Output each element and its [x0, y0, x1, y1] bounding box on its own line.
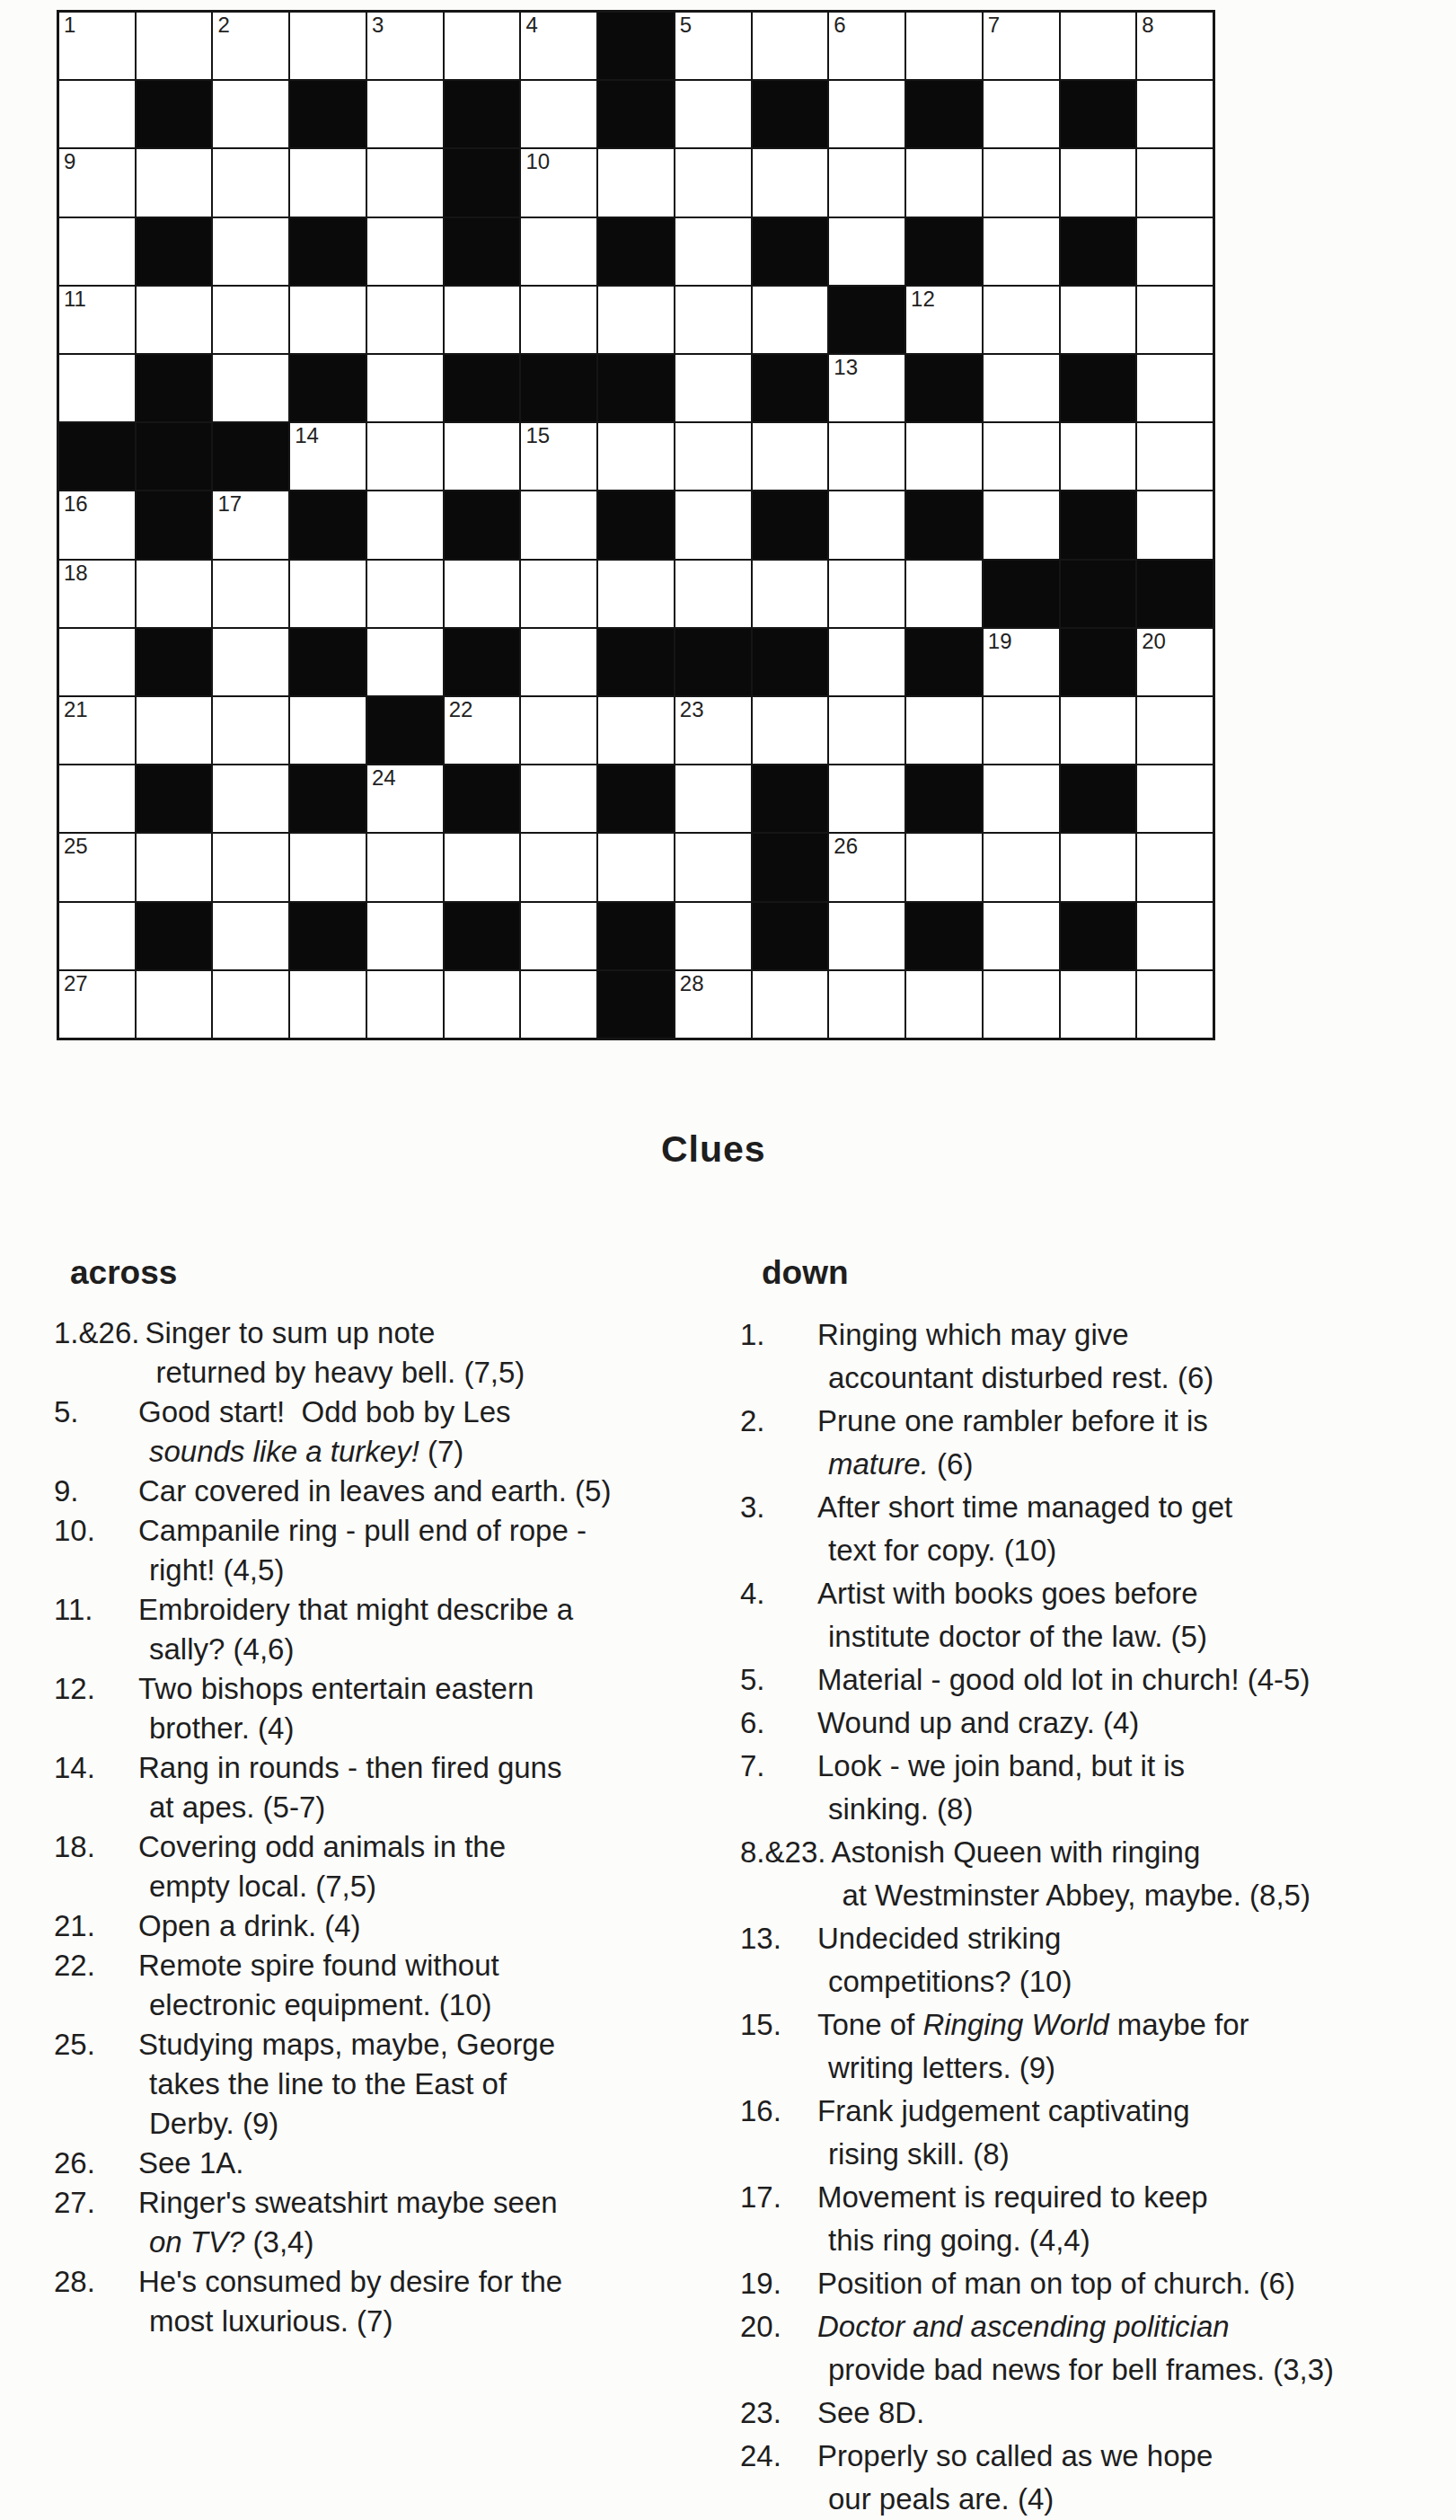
clue-number-label: 5.	[54, 1393, 138, 1432]
grid-cell-r10c13[interactable]: 19	[984, 629, 1059, 695]
grid-black-cell-r10c6	[445, 629, 520, 695]
down-clue-3: 3.After short time managed to gettext fo…	[740, 1486, 1450, 1572]
clue-text: Position of man on top of church. (6)	[817, 2262, 1295, 2305]
clue-number-label: 11.	[54, 1590, 138, 1630]
grid-cell-r1c4[interactable]	[290, 13, 366, 79]
clue-text: Campanile ring - pull end of rope -right…	[138, 1511, 587, 1590]
grid-cell-r11c11[interactable]	[829, 697, 904, 764]
grid-black-cell-r4c12	[906, 218, 982, 285]
grid-cell-r13c3[interactable]	[213, 834, 288, 900]
grid-cell-r1c1[interactable]: 1	[59, 13, 135, 79]
across-clue-27: 27.Ringer's sweatshirt maybe seenon TV? …	[54, 2183, 701, 2262]
grid-cell-r5c15[interactable]	[1137, 287, 1213, 353]
cell-number-17: 17	[217, 493, 242, 515]
grid-black-cell-r11c5	[367, 697, 443, 764]
grid-cell-r3c11[interactable]	[829, 149, 904, 216]
grid-cell-r5c5[interactable]	[367, 287, 443, 353]
cell-number-8: 8	[1142, 14, 1153, 36]
grid-cell-r4c1[interactable]	[59, 218, 135, 285]
grid-cell-r12c11[interactable]	[829, 765, 904, 832]
grid-cell-r11c4[interactable]	[290, 697, 366, 764]
grid-cell-r13c4[interactable]	[290, 834, 366, 900]
grid-cell-r11c9[interactable]: 23	[675, 697, 751, 764]
grid-black-cell-r9c13	[984, 561, 1059, 627]
grid-cell-r13c1[interactable]: 25	[59, 834, 135, 900]
cell-number-28: 28	[680, 973, 704, 995]
grid-cell-r14c3[interactable]	[213, 903, 288, 969]
across-clue-21: 21.Open a drink. (4)	[54, 1906, 701, 1946]
grid-black-cell-r9c14	[1061, 561, 1136, 627]
clue-text: Covering odd animals in theempty local. …	[138, 1827, 506, 1906]
grid-cell-r3c13[interactable]	[984, 149, 1059, 216]
down-clue-5: 5.Material - good old lot in church! (4-…	[740, 1658, 1450, 1702]
grid-cell-r4c11[interactable]	[829, 218, 904, 285]
down-clue-17: 17.Movement is required to keepthis ring…	[740, 2176, 1450, 2262]
clue-text: Prune one rambler before it ismature. (6…	[817, 1400, 1208, 1486]
clue-text: Embroidery that might describe asally? (…	[138, 1590, 573, 1669]
clue-text: Rang in rounds - then fired gunsat apes.…	[138, 1748, 561, 1827]
grid-black-cell-r10c12	[906, 629, 982, 695]
cell-number-5: 5	[680, 14, 692, 36]
clue-number-label: 14.	[54, 1748, 138, 1788]
cell-number-2: 2	[217, 14, 229, 36]
grid-cell-r5c8[interactable]	[598, 287, 674, 353]
grid-cell-r7c15[interactable]	[1137, 423, 1213, 490]
grid-black-cell-r9c15	[1137, 561, 1213, 627]
grid-cell-r4c7[interactable]	[521, 218, 596, 285]
cell-number-23: 23	[680, 699, 704, 721]
grid-cell-r9c1[interactable]: 18	[59, 561, 135, 627]
down-clue-24: 24.Properly so called as we hopeour peal…	[740, 2435, 1450, 2520]
grid-cell-r7c10[interactable]	[753, 423, 828, 490]
grid-cell-r9c11[interactable]	[829, 561, 904, 627]
across-clue-14: 14.Rang in rounds - then fired gunsat ap…	[54, 1748, 701, 1827]
clue-text: Studying maps, maybe, Georgetakes the li…	[138, 2025, 555, 2144]
grid-cell-r10c11[interactable]	[829, 629, 904, 695]
clue-text: Material - good old lot in church! (4-5)	[817, 1658, 1310, 1702]
cell-number-12: 12	[911, 288, 935, 310]
grid-black-cell-r4c14	[1061, 218, 1136, 285]
grid-cell-r13c6[interactable]	[445, 834, 520, 900]
clue-number-label: 17.	[740, 2176, 817, 2219]
grid-black-cell-r8c10	[753, 491, 828, 558]
clue-number-label: 5.	[740, 1658, 817, 1702]
grid-cell-r5c7[interactable]	[521, 287, 596, 353]
grid-cell-r11c3[interactable]	[213, 697, 288, 764]
grid-black-cell-r7c2	[137, 423, 212, 490]
grid-cell-r5c13[interactable]	[984, 287, 1059, 353]
clue-text: Undecided strikingcompetitions? (10)	[817, 1917, 1072, 2003]
grid-black-cell-r12c2	[137, 765, 212, 832]
clue-text: Wound up and crazy. (4)	[817, 1702, 1139, 1745]
grid-cell-r15c15[interactable]	[1137, 971, 1213, 1038]
grid-black-cell-r2c6	[445, 81, 520, 147]
clue-text: Good start! Odd bob by Lessounds like a …	[138, 1393, 511, 1472]
grid-cell-r1c9[interactable]: 5	[675, 13, 751, 79]
grid-cell-r9c4[interactable]	[290, 561, 366, 627]
grid-cell-r5c10[interactable]	[753, 287, 828, 353]
grid-black-cell-r10c14	[1061, 629, 1136, 695]
grid-black-cell-r4c4	[290, 218, 366, 285]
grid-cell-r5c3[interactable]	[213, 287, 288, 353]
grid-cell-r9c5[interactable]	[367, 561, 443, 627]
clue-number-label: 24.	[740, 2435, 817, 2478]
grid-cell-r1c7[interactable]: 4	[521, 13, 596, 79]
grid-cell-r3c4[interactable]	[290, 149, 366, 216]
grid-cell-r3c7[interactable]: 10	[521, 149, 596, 216]
grid-black-cell-r15c8	[598, 971, 674, 1038]
grid-cell-r1c6[interactable]	[445, 13, 520, 79]
cell-number-9: 9	[64, 151, 75, 172]
grid-cell-r1c12[interactable]	[906, 13, 982, 79]
cell-number-26: 26	[834, 836, 858, 857]
grid-cell-r2c11[interactable]	[829, 81, 904, 147]
grid-cell-r12c15[interactable]	[1137, 765, 1213, 832]
grid-cell-r9c9[interactable]	[675, 561, 751, 627]
cell-number-1: 1	[64, 14, 75, 36]
grid-cell-r11c13[interactable]	[984, 697, 1059, 764]
clue-text: Artist with books goes beforeinstitute d…	[817, 1572, 1207, 1658]
grid-cell-r13c15[interactable]	[1137, 834, 1213, 900]
grid-cell-r11c15[interactable]	[1137, 697, 1213, 764]
down-clue-6: 6.Wound up and crazy. (4)	[740, 1702, 1450, 1745]
grid-cell-r14c11[interactable]	[829, 903, 904, 969]
grid-black-cell-r1c8	[598, 13, 674, 79]
grid-cell-r1c2[interactable]	[137, 13, 212, 79]
grid-cell-r11c14[interactable]	[1061, 697, 1136, 764]
grid-black-cell-r8c12	[906, 491, 982, 558]
grid-black-cell-r12c12	[906, 765, 982, 832]
cell-number-24: 24	[372, 767, 396, 789]
grid-cell-r3c10[interactable]	[753, 149, 828, 216]
clue-text: Remote spire found withoutelectronic equ…	[138, 1946, 499, 2025]
grid-cell-r1c5[interactable]: 3	[367, 13, 443, 79]
down-clue-15: 15.Tone of Ringing World maybe forwritin…	[740, 2003, 1450, 2090]
grid-cell-r15c6[interactable]	[445, 971, 520, 1038]
grid-cell-r1c11[interactable]: 6	[829, 13, 904, 79]
grid-cell-r7c12[interactable]	[906, 423, 982, 490]
clue-text: Movement is required to keepthis ring go…	[817, 2176, 1208, 2262]
grid-cell-r6c9[interactable]	[675, 355, 751, 421]
grid-cell-r3c2[interactable]	[137, 149, 212, 216]
grid-cell-r2c5[interactable]	[367, 81, 443, 147]
grid-black-cell-r12c4	[290, 765, 366, 832]
grid-cell-r15c7[interactable]	[521, 971, 596, 1038]
down-clue-7: 7.Look - we join band, but it issinking.…	[740, 1745, 1450, 1831]
grid-cell-r10c1[interactable]	[59, 629, 135, 695]
grid-black-cell-r2c4	[290, 81, 366, 147]
grid-cell-r13c14[interactable]	[1061, 834, 1136, 900]
clue-number-label: 25.	[54, 2025, 138, 2065]
grid-cell-r3c15[interactable]	[1137, 149, 1213, 216]
grid-cell-r7c7[interactable]: 15	[521, 423, 596, 490]
cell-number-7: 7	[988, 14, 1000, 36]
clue-number-label: 22.	[54, 1946, 138, 1985]
grid-cell-r9c12[interactable]	[906, 561, 982, 627]
across-clue-10: 10.Campanile ring - pull end of rope -ri…	[54, 1511, 701, 1590]
clue-number-label: 1.	[740, 1313, 817, 1357]
grid-cell-r7c5[interactable]	[367, 423, 443, 490]
grid-cell-r2c15[interactable]	[1137, 81, 1213, 147]
grid-black-cell-r14c10	[753, 903, 828, 969]
grid-cell-r3c14[interactable]	[1061, 149, 1136, 216]
grid-cell-r3c5[interactable]	[367, 149, 443, 216]
clue-number-label: 2.	[740, 1400, 817, 1443]
grid-cell-r8c15[interactable]	[1137, 491, 1213, 558]
clue-number-label: 13.	[740, 1917, 817, 1960]
grid-cell-r6c15[interactable]	[1137, 355, 1213, 421]
grid-black-cell-r10c8	[598, 629, 674, 695]
grid-cell-r9c7[interactable]	[521, 561, 596, 627]
grid-cell-r13c9[interactable]	[675, 834, 751, 900]
grid-black-cell-r8c14	[1061, 491, 1136, 558]
grid-cell-r12c1[interactable]	[59, 765, 135, 832]
grid-cell-r7c13[interactable]	[984, 423, 1059, 490]
clue-number-label: 18.	[54, 1827, 138, 1867]
cell-number-16: 16	[64, 493, 88, 515]
clue-number-label: 21.	[54, 1906, 138, 1946]
grid-cell-r15c14[interactable]	[1061, 971, 1136, 1038]
grid-cell-r9c2[interactable]	[137, 561, 212, 627]
grid-cell-r15c3[interactable]	[213, 971, 288, 1038]
grid-cell-r6c11[interactable]: 13	[829, 355, 904, 421]
cell-number-4: 4	[525, 14, 537, 36]
clue-number-label: 12.	[54, 1669, 138, 1709]
down-clue-2: 2.Prune one rambler before it ismature. …	[740, 1400, 1450, 1486]
cell-number-20: 20	[1142, 631, 1166, 652]
grid-cell-r12c13[interactable]	[984, 765, 1059, 832]
grid-cell-r8c5[interactable]	[367, 491, 443, 558]
clue-number-label: 19.	[740, 2262, 817, 2305]
clue-number-label: 28.	[54, 2262, 138, 2302]
grid-cell-r4c3[interactable]	[213, 218, 288, 285]
clue-number-label: 6.	[740, 1702, 817, 1745]
clue-text: Astonish Queen with ringingat Westminste…	[831, 1831, 1310, 1917]
grid-cell-r5c2[interactable]	[137, 287, 212, 353]
down-clue-16: 16.Frank judgement captivatingrising ski…	[740, 2090, 1450, 2176]
grid-cell-r2c3[interactable]	[213, 81, 288, 147]
grid-cell-r8c7[interactable]	[521, 491, 596, 558]
across-header: across	[70, 1254, 701, 1292]
grid-cell-r11c6[interactable]: 22	[445, 697, 520, 764]
grid-black-cell-r6c14	[1061, 355, 1136, 421]
grid-cell-r1c13[interactable]: 7	[984, 13, 1059, 79]
grid-cell-r6c1[interactable]	[59, 355, 135, 421]
cell-number-22: 22	[449, 699, 473, 721]
grid-black-cell-r8c8	[598, 491, 674, 558]
grid-black-cell-r6c10	[753, 355, 828, 421]
grid-cell-r10c5[interactable]	[367, 629, 443, 695]
grid-black-cell-r8c6	[445, 491, 520, 558]
across-clues-column: across 1.&26.Singer to sum up notereturn…	[54, 1254, 701, 2341]
grid-cell-r7c11[interactable]	[829, 423, 904, 490]
grid-cell-r11c7[interactable]	[521, 697, 596, 764]
grid-cell-r15c5[interactable]	[367, 971, 443, 1038]
clue-text: Car covered in leaves and earth. (5)	[138, 1472, 611, 1511]
across-clue-22: 22.Remote spire found withoutelectronic …	[54, 1946, 701, 2025]
grid-cell-r10c7[interactable]	[521, 629, 596, 695]
clue-number-label: 20.	[740, 2305, 817, 2348]
grid-cell-r2c13[interactable]	[984, 81, 1059, 147]
grid-black-cell-r4c2	[137, 218, 212, 285]
grid-cell-r3c9[interactable]	[675, 149, 751, 216]
grid-cell-r13c2[interactable]	[137, 834, 212, 900]
cell-number-13: 13	[834, 357, 858, 378]
clue-number-label: 23.	[740, 2392, 817, 2435]
grid-cell-r11c12[interactable]	[906, 697, 982, 764]
clue-text: Open a drink. (4)	[138, 1906, 361, 1946]
grid-cell-r9c3[interactable]	[213, 561, 288, 627]
grid-cell-r8c11[interactable]	[829, 491, 904, 558]
cell-number-11: 11	[64, 288, 86, 310]
grid-cell-r13c5[interactable]	[367, 834, 443, 900]
grid-cell-r15c9[interactable]: 28	[675, 971, 751, 1038]
grid-cell-r7c8[interactable]	[598, 423, 674, 490]
grid-cell-r1c10[interactable]	[753, 13, 828, 79]
grid-black-cell-r6c6	[445, 355, 520, 421]
grid-cell-r9c10[interactable]	[753, 561, 828, 627]
clue-number-label: 8.&23.	[740, 1831, 831, 1874]
clue-text: Frank judgement captivatingrising skill.…	[817, 2090, 1190, 2176]
grid-cell-r11c1[interactable]: 21	[59, 697, 135, 764]
grid-cell-r5c14[interactable]	[1061, 287, 1136, 353]
across-clue-5: 5.Good start! Odd bob by Lessounds like …	[54, 1393, 701, 1472]
grid-cell-r5c12[interactable]: 12	[906, 287, 982, 353]
across-clue-28: 28.He's consumed by desire for themost l…	[54, 2262, 701, 2341]
grid-cell-r6c5[interactable]	[367, 355, 443, 421]
cell-number-18: 18	[64, 562, 88, 584]
clue-text: Doctor and ascending politicianprovide b…	[817, 2305, 1334, 2392]
grid-cell-r9c8[interactable]	[598, 561, 674, 627]
clue-number-label: 15.	[740, 2003, 817, 2047]
clue-text: Two bishops entertain easternbrother. (4…	[138, 1669, 534, 1748]
grid-cell-r6c13[interactable]	[984, 355, 1059, 421]
grid-cell-r14c15[interactable]	[1137, 903, 1213, 969]
grid-cell-r11c8[interactable]	[598, 697, 674, 764]
grid-black-cell-r4c8	[598, 218, 674, 285]
grid-cell-r6c3[interactable]	[213, 355, 288, 421]
grid-cell-r13c8[interactable]	[598, 834, 674, 900]
grid-cell-r1c15[interactable]: 8	[1137, 13, 1213, 79]
clue-number-label: 10.	[54, 1511, 138, 1551]
cell-number-14: 14	[295, 425, 319, 447]
grid-cell-r14c9[interactable]	[675, 903, 751, 969]
grid-black-cell-r6c8	[598, 355, 674, 421]
grid-cell-r2c7[interactable]	[521, 81, 596, 147]
grid-black-cell-r14c14	[1061, 903, 1136, 969]
grid-cell-r4c13[interactable]	[984, 218, 1059, 285]
grid-cell-r15c4[interactable]	[290, 971, 366, 1038]
grid-cell-r5c6[interactable]	[445, 287, 520, 353]
grid-cell-r10c3[interactable]	[213, 629, 288, 695]
grid-cell-r1c14[interactable]	[1061, 13, 1136, 79]
grid-cell-r10c15[interactable]: 20	[1137, 629, 1213, 695]
grid-cell-r4c5[interactable]	[367, 218, 443, 285]
grid-cell-r7c14[interactable]	[1061, 423, 1136, 490]
grid-black-cell-r10c9	[675, 629, 751, 695]
down-clue-list: 1.Ringing which may giveaccountant distu…	[740, 1313, 1450, 2520]
grid-cell-r12c7[interactable]	[521, 765, 596, 832]
grid-cell-r9c6[interactable]	[445, 561, 520, 627]
grid-cell-r3c12[interactable]	[906, 149, 982, 216]
grid-black-cell-r10c4	[290, 629, 366, 695]
grid-black-cell-r6c2	[137, 355, 212, 421]
grid-cell-r14c13[interactable]	[984, 903, 1059, 969]
grid-cell-r3c3[interactable]	[213, 149, 288, 216]
grid-black-cell-r6c7	[521, 355, 596, 421]
grid-cell-r15c10[interactable]	[753, 971, 828, 1038]
grid-black-cell-r10c2	[137, 629, 212, 695]
cell-number-3: 3	[372, 14, 384, 36]
grid-cell-r1c3[interactable]: 2	[213, 13, 288, 79]
grid-cell-r2c9[interactable]	[675, 81, 751, 147]
grid-cell-r15c2[interactable]	[137, 971, 212, 1038]
grid-black-cell-r2c2	[137, 81, 212, 147]
grid-cell-r11c10[interactable]	[753, 697, 828, 764]
grid-cell-r15c11[interactable]	[829, 971, 904, 1038]
grid-cell-r11c2[interactable]	[137, 697, 212, 764]
grid-cell-r7c6[interactable]	[445, 423, 520, 490]
grid-black-cell-r2c12	[906, 81, 982, 147]
grid-black-cell-r12c14	[1061, 765, 1136, 832]
grid-cell-r14c1[interactable]	[59, 903, 135, 969]
grid-cell-r12c5[interactable]: 24	[367, 765, 443, 832]
across-clue-25: 25.Studying maps, maybe, Georgetakes the…	[54, 2025, 701, 2144]
grid-cell-r13c11[interactable]: 26	[829, 834, 904, 900]
clue-text: See 8D.	[817, 2392, 924, 2435]
clue-text: After short time managed to gettext for …	[817, 1486, 1232, 1572]
grid-cell-r4c15[interactable]	[1137, 218, 1213, 285]
grid-cell-r15c12[interactable]	[906, 971, 982, 1038]
grid-cell-r3c1[interactable]: 9	[59, 149, 135, 216]
grid-cell-r3c8[interactable]	[598, 149, 674, 216]
grid-cell-r14c5[interactable]	[367, 903, 443, 969]
across-clue-11: 11.Embroidery that might describe asally…	[54, 1590, 701, 1669]
grid-cell-r14c7[interactable]	[521, 903, 596, 969]
grid-cell-r13c13[interactable]	[984, 834, 1059, 900]
grid-cell-r5c9[interactable]	[675, 287, 751, 353]
grid-black-cell-r12c10	[753, 765, 828, 832]
grid-cell-r15c1[interactable]: 27	[59, 971, 135, 1038]
grid-cell-r13c12[interactable]	[906, 834, 982, 900]
clue-text: Look - we join band, but it issinking. (…	[817, 1745, 1185, 1831]
down-header: down	[762, 1254, 1450, 1292]
grid-cell-r12c3[interactable]	[213, 765, 288, 832]
clue-number-label: 7.	[740, 1745, 817, 1788]
grid-cell-r7c9[interactable]	[675, 423, 751, 490]
grid-cell-r7c4[interactable]: 14	[290, 423, 366, 490]
grid-cell-r8c3[interactable]: 17	[213, 491, 288, 558]
grid-cell-r8c13[interactable]	[984, 491, 1059, 558]
grid-cell-r8c9[interactable]	[675, 491, 751, 558]
grid-cell-r8c1[interactable]: 16	[59, 491, 135, 558]
grid-cell-r5c1[interactable]: 11	[59, 287, 135, 353]
grid-black-cell-r3c6	[445, 149, 520, 216]
across-clue-18: 18.Covering odd animals in theempty loca…	[54, 1827, 701, 1906]
clues-title: Clues	[661, 1128, 766, 1171]
grid-black-cell-r14c12	[906, 903, 982, 969]
grid-cell-r5c4[interactable]	[290, 287, 366, 353]
grid-cell-r4c9[interactable]	[675, 218, 751, 285]
clue-number-label: 3.	[740, 1486, 817, 1529]
grid-cell-r13c7[interactable]	[521, 834, 596, 900]
down-clues-column: down 1.Ringing which may giveaccountant …	[740, 1254, 1450, 2520]
across-clue-list: 1.&26.Singer to sum up notereturned by h…	[54, 1313, 701, 2341]
grid-cell-r15c13[interactable]	[984, 971, 1059, 1038]
clue-number-label: 9.	[54, 1472, 138, 1511]
grid-cell-r12c9[interactable]	[675, 765, 751, 832]
grid-cell-r2c1[interactable]	[59, 81, 135, 147]
